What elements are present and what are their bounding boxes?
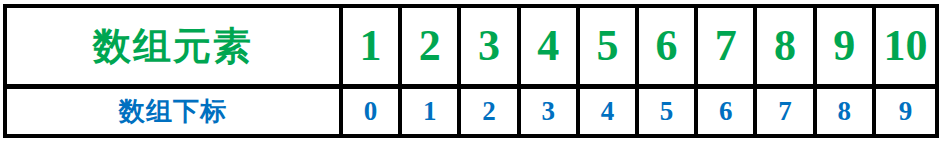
index-cell-8: 8: [817, 89, 876, 134]
element-cell-8: 8: [757, 8, 816, 89]
element-cell-4: 4: [521, 8, 580, 89]
element-cell-9: 9: [817, 8, 876, 89]
element-cell-6: 6: [639, 8, 698, 89]
array-diagram: 数组元素 1 2 3 4 5 6 7 8 9 10 数组下标 0 1 2 3 4…: [0, 0, 942, 142]
element-cell-3: 3: [461, 8, 520, 89]
index-cell-5: 5: [639, 89, 698, 134]
element-cell-10: 10: [876, 8, 935, 89]
index-cell-3: 3: [521, 89, 580, 134]
array-table: 数组元素 1 2 3 4 5 6 7 8 9 10 数组下标 0 1 2 3 4…: [3, 4, 939, 138]
element-row-label: 数组元素: [7, 8, 343, 89]
index-cell-9: 9: [876, 89, 935, 134]
index-cell-0: 0: [343, 89, 402, 134]
index-row-label: 数组下标: [7, 89, 343, 134]
index-cell-2: 2: [461, 89, 520, 134]
element-cell-5: 5: [580, 8, 639, 89]
index-cell-6: 6: [698, 89, 757, 134]
element-cell-7: 7: [698, 8, 757, 89]
element-cell-1: 1: [343, 8, 402, 89]
index-cell-1: 1: [402, 89, 461, 134]
element-cell-2: 2: [402, 8, 461, 89]
index-cell-7: 7: [757, 89, 816, 134]
index-cell-4: 4: [580, 89, 639, 134]
